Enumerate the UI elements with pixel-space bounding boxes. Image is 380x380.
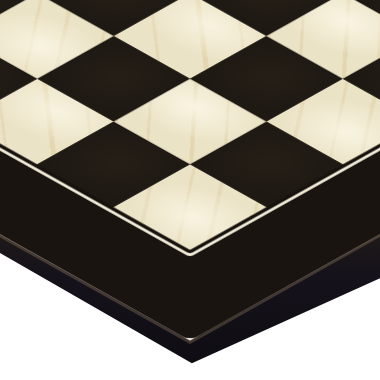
field-border-outline xyxy=(0,0,380,254)
empty-chessboard-photo xyxy=(0,0,380,380)
board-squares-grid xyxy=(0,0,380,250)
board-inlay-line xyxy=(0,0,380,257)
